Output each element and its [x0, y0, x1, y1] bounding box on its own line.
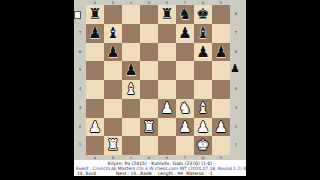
- white-pawn-f2[interactable]: ♟: [176, 118, 194, 137]
- black-king-g8[interactable]: ♚: [194, 5, 212, 24]
- square-g3[interactable]: ♝: [194, 99, 212, 118]
- square-f4[interactable]: [176, 80, 194, 99]
- square-f6[interactable]: [176, 43, 194, 62]
- square-a1[interactable]: [86, 136, 104, 155]
- black-pawn-b6[interactable]: ♟: [104, 43, 122, 62]
- black-bishop-b7[interactable]: ♝: [104, 24, 122, 43]
- square-d8[interactable]: [140, 5, 158, 24]
- white-bishop-c4[interactable]: ♝: [122, 80, 140, 99]
- coord-label: 4: [76, 80, 84, 99]
- square-a5[interactable]: [86, 61, 104, 80]
- square-d5[interactable]: [140, 61, 158, 80]
- coord-label: 1: [76, 136, 84, 155]
- coord-label: 8: [232, 5, 240, 24]
- coord-label: 2: [76, 118, 84, 137]
- square-d7[interactable]: [140, 24, 158, 43]
- white-rook-d2[interactable]: ♜: [140, 118, 158, 137]
- white-pawn-h2[interactable]: ♟: [212, 118, 230, 137]
- square-a6[interactable]: [86, 43, 104, 62]
- square-a4[interactable]: [86, 80, 104, 99]
- square-b8[interactable]: [104, 5, 122, 24]
- move-info-line: 14. Bxc4 Next : 14...Rad8 Length : 99 Ma…: [74, 171, 246, 177]
- square-d3[interactable]: [140, 99, 158, 118]
- chess-board[interactable]: ♜♜♞♚♟♝♟♝♟♟♟♟♝♟♞♝♟♜♟♟♟♜♚: [86, 5, 230, 155]
- square-d2[interactable]: ♜: [140, 118, 158, 137]
- square-b2[interactable]: [104, 118, 122, 137]
- white-knight-f3[interactable]: ♞: [176, 99, 194, 118]
- white-bishop-g3[interactable]: ♝: [194, 99, 212, 118]
- next-move: Next : 14...Rad8: [116, 171, 152, 176]
- coord-label: 3: [232, 99, 240, 118]
- black-pawn-g6[interactable]: ♟: [194, 43, 212, 62]
- square-c7[interactable]: [122, 24, 140, 43]
- square-c3[interactable]: [122, 99, 140, 118]
- material-black-pawn-icon: ♟: [229, 62, 241, 76]
- caption-panel: Kilyen, Pa (2415) - Kanivits, Gabi (2370…: [74, 160, 246, 176]
- square-e6[interactable]: [158, 43, 176, 62]
- square-e4[interactable]: [158, 80, 176, 99]
- square-e3[interactable]: ♟: [158, 99, 176, 118]
- square-c2[interactable]: [122, 118, 140, 137]
- square-h3[interactable]: [212, 99, 230, 118]
- square-g5[interactable]: [194, 61, 212, 80]
- square-h1[interactable]: [212, 136, 230, 155]
- square-a2[interactable]: ♟: [86, 118, 104, 137]
- square-h4[interactable]: [212, 80, 230, 99]
- square-h7[interactable]: [212, 24, 230, 43]
- square-f3[interactable]: ♞: [176, 99, 194, 118]
- square-g7[interactable]: ♝: [194, 24, 212, 43]
- square-e2[interactable]: [158, 118, 176, 137]
- square-f1[interactable]: [176, 136, 194, 155]
- side-to-move-indicator: [74, 11, 81, 19]
- square-h5[interactable]: [212, 61, 230, 80]
- coord-label: 6: [76, 43, 84, 62]
- square-a7[interactable]: ♟: [86, 24, 104, 43]
- white-king-g1[interactable]: ♚: [194, 136, 212, 155]
- square-e1[interactable]: [158, 136, 176, 155]
- square-g1[interactable]: ♚: [194, 136, 212, 155]
- black-pawn-f7[interactable]: ♟: [176, 24, 194, 43]
- black-rook-a8[interactable]: ♜: [86, 5, 104, 24]
- black-bishop-g7[interactable]: ♝: [194, 24, 212, 43]
- square-f8[interactable]: ♞: [176, 5, 194, 24]
- black-knight-f8[interactable]: ♞: [176, 5, 194, 24]
- move-played: 14. Bxc4: [77, 171, 96, 176]
- square-f2[interactable]: ♟: [176, 118, 194, 137]
- square-c6[interactable]: [122, 43, 140, 62]
- board-frame: abcdefgh 87654321 ♜♜♞♚♟♝♟♝♟♟♟♟♝♟♞♝♟♜♟♟♟♜…: [74, 0, 246, 160]
- coord-label: 5: [76, 61, 84, 80]
- square-c4[interactable]: ♝: [122, 80, 140, 99]
- coord-label: 4: [232, 80, 240, 99]
- square-b6[interactable]: ♟: [104, 43, 122, 62]
- rank-labels-left: 87654321: [76, 5, 84, 155]
- white-pawn-g2[interactable]: ♟: [194, 118, 212, 137]
- square-c5[interactable]: ♟: [122, 61, 140, 80]
- coord-label: 7: [76, 24, 84, 43]
- video-frame: abcdefgh 87654321 ♜♜♞♚♟♝♟♝♟♟♟♟♝♟♞♝♟♜♟♟♟♜…: [0, 0, 320, 180]
- game-length: Length : 99: [158, 171, 183, 176]
- square-b4[interactable]: [104, 80, 122, 99]
- square-e8[interactable]: ♜: [158, 5, 176, 24]
- square-e7[interactable]: [158, 24, 176, 43]
- black-pawn-c5[interactable]: ♟: [122, 61, 140, 80]
- square-d4[interactable]: [140, 80, 158, 99]
- square-b5[interactable]: [104, 61, 122, 80]
- square-g2[interactable]: ♟: [194, 118, 212, 137]
- coord-label: 6: [232, 43, 240, 62]
- white-rook-b1[interactable]: ♜: [104, 136, 122, 155]
- coord-label: 1: [232, 136, 240, 155]
- square-c1[interactable]: [122, 136, 140, 155]
- square-f5[interactable]: [176, 61, 194, 80]
- square-b1[interactable]: ♜: [104, 136, 122, 155]
- coord-label: 7: [232, 24, 240, 43]
- square-g6[interactable]: ♟: [194, 43, 212, 62]
- square-b3[interactable]: [104, 99, 122, 118]
- square-d6[interactable]: [140, 43, 158, 62]
- black-pawn-h6[interactable]: ♟: [212, 43, 230, 62]
- white-pawn-a2[interactable]: ♟: [86, 118, 104, 137]
- rank-labels-right: 87654321: [232, 5, 240, 155]
- square-h6[interactable]: ♟: [212, 43, 230, 62]
- square-h8[interactable]: [212, 5, 230, 24]
- square-h2[interactable]: ♟: [212, 118, 230, 137]
- square-a3[interactable]: [86, 99, 104, 118]
- square-g8[interactable]: ♚: [194, 5, 212, 24]
- square-f7[interactable]: ♟: [176, 24, 194, 43]
- square-a8[interactable]: ♜: [86, 5, 104, 24]
- material-count: Material : -1: [186, 171, 213, 176]
- coord-label: 3: [76, 99, 84, 118]
- square-g4[interactable]: [194, 80, 212, 99]
- square-d1[interactable]: [140, 136, 158, 155]
- square-c8[interactable]: [122, 5, 140, 24]
- square-b7[interactable]: ♝: [104, 24, 122, 43]
- black-rook-e8[interactable]: ♜: [158, 5, 176, 24]
- coord-label: 2: [232, 118, 240, 137]
- black-pawn-a7[interactable]: ♟: [86, 24, 104, 43]
- white-pawn-e3[interactable]: ♟: [158, 99, 176, 118]
- square-e5[interactable]: [158, 61, 176, 80]
